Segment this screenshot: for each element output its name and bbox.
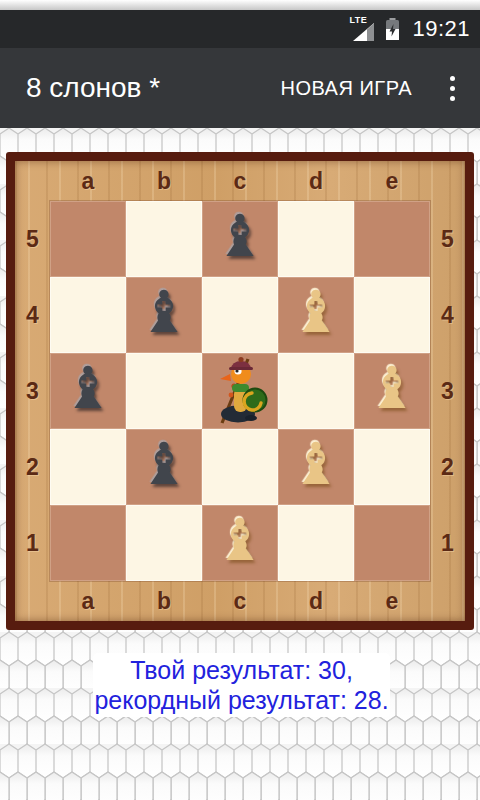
score-line-record: рекордный результат: 28.	[94, 685, 388, 715]
jester-figure	[207, 355, 273, 427]
black-bishop: ♝	[214, 207, 266, 265]
app-bar: 8 слонов * НОВАЯ ИГРА	[0, 48, 480, 128]
rank-label-3: 3	[15, 353, 50, 429]
rank-label-4: 4	[15, 277, 50, 353]
square-b3[interactable]	[126, 353, 202, 429]
new-game-button[interactable]: НОВАЯ ИГРА	[272, 67, 420, 110]
square-c1[interactable]: ♝	[202, 505, 278, 581]
square-d3[interactable]	[278, 353, 354, 429]
file-label-b: b	[126, 581, 202, 621]
square-a3[interactable]: ♝	[50, 353, 126, 429]
square-a4[interactable]	[50, 277, 126, 353]
screen-top-glare	[0, 0, 480, 10]
rank-label-2: 2	[15, 429, 50, 505]
rank-label-2: 2	[430, 429, 465, 505]
rank-labels-right: 54321	[430, 201, 465, 581]
score-line-current: Твой результат: 30,	[130, 655, 353, 685]
square-d4[interactable]: ♝	[278, 277, 354, 353]
rank-label-1: 1	[15, 505, 50, 581]
white-bishop: ♝	[214, 511, 266, 569]
square-b1[interactable]	[126, 505, 202, 581]
square-d1[interactable]	[278, 505, 354, 581]
file-label-d: d	[278, 581, 354, 621]
status-bar: LTE 19:21	[0, 10, 480, 48]
square-e4[interactable]	[354, 277, 430, 353]
board-grid: ♝♝♝♝ ♝♝♝♝	[50, 201, 430, 581]
square-c5[interactable]: ♝	[202, 201, 278, 277]
file-label-a: a	[50, 581, 126, 621]
square-b2[interactable]: ♝	[126, 429, 202, 505]
white-bishop: ♝	[290, 283, 342, 341]
black-bishop: ♝	[138, 435, 190, 493]
battery-charging-icon	[385, 16, 400, 42]
rank-label-3: 3	[430, 353, 465, 429]
square-b5[interactable]	[126, 201, 202, 277]
square-e5[interactable]	[354, 201, 430, 277]
file-label-c: c	[202, 581, 278, 621]
score-card: Твой результат: 30, рекордный результат:…	[93, 653, 390, 717]
white-bishop: ♝	[366, 359, 418, 417]
clock: 19:21	[412, 16, 470, 42]
file-label-c: c	[202, 161, 278, 201]
square-a5[interactable]	[50, 201, 126, 277]
white-bishop: ♝	[290, 435, 342, 493]
rank-labels-left: 54321	[15, 201, 50, 581]
content-area: abcde abcde 54321 54321 ♝♝♝♝ ♝♝♝♝ Твой р…	[0, 128, 480, 800]
rank-label-5: 5	[15, 201, 50, 277]
file-labels-top: abcde	[50, 161, 430, 201]
black-bishop: ♝	[138, 283, 190, 341]
file-label-d: d	[278, 161, 354, 201]
file-label-e: e	[354, 161, 430, 201]
square-e2[interactable]	[354, 429, 430, 505]
square-c3[interactable]	[202, 353, 278, 429]
square-c2[interactable]	[202, 429, 278, 505]
square-d2[interactable]: ♝	[278, 429, 354, 505]
overflow-menu-icon[interactable]	[434, 64, 470, 112]
rank-label-1: 1	[430, 505, 465, 581]
rank-label-5: 5	[430, 201, 465, 277]
file-label-e: e	[354, 581, 430, 621]
phone-screen: LTE 19:21 8 слонов * НОВАЯ ИГРА	[0, 0, 480, 800]
square-b4[interactable]: ♝	[126, 277, 202, 353]
square-a2[interactable]	[50, 429, 126, 505]
rank-label-4: 4	[430, 277, 465, 353]
square-e3[interactable]: ♝	[354, 353, 430, 429]
square-e1[interactable]	[354, 505, 430, 581]
black-bishop: ♝	[62, 359, 114, 417]
square-d5[interactable]	[278, 201, 354, 277]
square-c4[interactable]	[202, 277, 278, 353]
lte-signal-icon: LTE	[349, 14, 375, 44]
file-label-a: a	[50, 161, 126, 201]
app-title: 8 слонов *	[26, 72, 160, 104]
file-labels-bottom: abcde	[50, 581, 430, 621]
file-label-b: b	[126, 161, 202, 201]
chess-board: abcde abcde 54321 54321 ♝♝♝♝ ♝♝♝♝	[6, 152, 474, 630]
square-a1[interactable]	[50, 505, 126, 581]
